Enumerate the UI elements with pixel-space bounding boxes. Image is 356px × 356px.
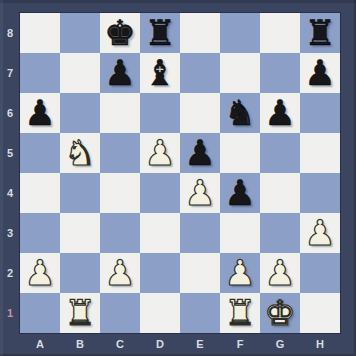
piece-black-bishop[interactable]: ♝ — [144, 56, 175, 91]
square-e3[interactable] — [180, 213, 220, 253]
file-label-e: E — [180, 333, 220, 356]
rank-label-3: 3 — [0, 213, 20, 253]
piece-white-king[interactable]: ♚ — [264, 296, 295, 331]
square-c3[interactable] — [100, 213, 140, 253]
square-d7[interactable]: ♝ — [140, 53, 180, 93]
square-c6[interactable] — [100, 93, 140, 133]
square-b5[interactable]: ♞ — [60, 133, 100, 173]
square-f1[interactable]: ♜ — [220, 293, 260, 333]
square-d6[interactable] — [140, 93, 180, 133]
square-e2[interactable] — [180, 253, 220, 293]
square-b7[interactable] — [60, 53, 100, 93]
square-f4[interactable]: ♟ — [220, 173, 260, 213]
piece-white-knight[interactable]: ♞ — [64, 136, 95, 171]
square-a7[interactable] — [20, 53, 60, 93]
piece-white-pawn[interactable]: ♟ — [304, 216, 335, 251]
square-h3[interactable]: ♟ — [300, 213, 340, 253]
square-g7[interactable] — [260, 53, 300, 93]
square-g4[interactable] — [260, 173, 300, 213]
square-b1[interactable]: ♜ — [60, 293, 100, 333]
square-b8[interactable] — [60, 13, 100, 53]
square-h1[interactable] — [300, 293, 340, 333]
piece-white-pawn[interactable]: ♟ — [264, 256, 295, 291]
chess-board-frame: ♚♜♜♟♝♟♟♞♟♞♟♟♟♟♟♟♟♟♟♜♜♚ 87654321ABCDEFGH — [0, 0, 356, 356]
square-e4[interactable]: ♟ — [180, 173, 220, 213]
square-f8[interactable] — [220, 13, 260, 53]
square-f7[interactable] — [220, 53, 260, 93]
rank-label-5: 5 — [0, 133, 20, 173]
square-h5[interactable] — [300, 133, 340, 173]
square-c4[interactable] — [100, 173, 140, 213]
square-e6[interactable] — [180, 93, 220, 133]
square-c7[interactable]: ♟ — [100, 53, 140, 93]
square-c1[interactable] — [100, 293, 140, 333]
piece-black-rook[interactable]: ♜ — [304, 16, 335, 51]
piece-black-pawn[interactable]: ♟ — [264, 96, 295, 131]
square-b6[interactable] — [60, 93, 100, 133]
square-e5[interactable]: ♟ — [180, 133, 220, 173]
square-g3[interactable] — [260, 213, 300, 253]
piece-black-king[interactable]: ♚ — [104, 16, 135, 51]
piece-white-rook[interactable]: ♜ — [224, 296, 255, 331]
file-label-f: F — [220, 333, 260, 356]
rank-label-1: 1 — [0, 293, 20, 333]
square-f5[interactable] — [220, 133, 260, 173]
square-d1[interactable] — [140, 293, 180, 333]
square-a3[interactable] — [20, 213, 60, 253]
square-f3[interactable] — [220, 213, 260, 253]
square-h8[interactable]: ♜ — [300, 13, 340, 53]
square-d2[interactable] — [140, 253, 180, 293]
square-a1[interactable] — [20, 293, 60, 333]
square-a6[interactable]: ♟ — [20, 93, 60, 133]
piece-white-pawn[interactable]: ♟ — [104, 256, 135, 291]
piece-white-pawn[interactable]: ♟ — [184, 176, 215, 211]
file-label-g: G — [260, 333, 300, 356]
square-g8[interactable] — [260, 13, 300, 53]
square-a8[interactable] — [20, 13, 60, 53]
square-d3[interactable] — [140, 213, 180, 253]
square-g5[interactable] — [260, 133, 300, 173]
square-c5[interactable] — [100, 133, 140, 173]
square-e1[interactable] — [180, 293, 220, 333]
square-d8[interactable]: ♜ — [140, 13, 180, 53]
file-label-b: B — [60, 333, 100, 356]
piece-black-pawn[interactable]: ♟ — [304, 56, 335, 91]
piece-white-pawn[interactable]: ♟ — [224, 256, 255, 291]
piece-black-pawn[interactable]: ♟ — [104, 56, 135, 91]
piece-black-knight[interactable]: ♞ — [224, 96, 255, 131]
square-a5[interactable] — [20, 133, 60, 173]
piece-black-rook[interactable]: ♜ — [144, 16, 175, 51]
piece-white-pawn[interactable]: ♟ — [144, 136, 175, 171]
square-f2[interactable]: ♟ — [220, 253, 260, 293]
square-c8[interactable]: ♚ — [100, 13, 140, 53]
square-a2[interactable]: ♟ — [20, 253, 60, 293]
file-label-c: C — [100, 333, 140, 356]
square-b4[interactable] — [60, 173, 100, 213]
square-g6[interactable]: ♟ — [260, 93, 300, 133]
square-f6[interactable]: ♞ — [220, 93, 260, 133]
square-a4[interactable] — [20, 173, 60, 213]
rank-label-4: 4 — [0, 173, 20, 213]
rank-label-8: 8 — [0, 13, 20, 53]
rank-label-7: 7 — [0, 53, 20, 93]
file-label-d: D — [140, 333, 180, 356]
piece-white-rook[interactable]: ♜ — [64, 296, 95, 331]
square-h2[interactable] — [300, 253, 340, 293]
square-c2[interactable]: ♟ — [100, 253, 140, 293]
square-b2[interactable] — [60, 253, 100, 293]
square-h4[interactable] — [300, 173, 340, 213]
file-label-h: H — [300, 333, 340, 356]
piece-black-pawn[interactable]: ♟ — [24, 96, 55, 131]
file-label-a: A — [20, 333, 60, 356]
square-d5[interactable]: ♟ — [140, 133, 180, 173]
square-e8[interactable] — [180, 13, 220, 53]
square-e7[interactable] — [180, 53, 220, 93]
square-h7[interactable]: ♟ — [300, 53, 340, 93]
square-g1[interactable]: ♚ — [260, 293, 300, 333]
piece-black-pawn[interactable]: ♟ — [224, 176, 255, 211]
square-d4[interactable] — [140, 173, 180, 213]
square-b3[interactable] — [60, 213, 100, 253]
square-h6[interactable] — [300, 93, 340, 133]
square-g2[interactable]: ♟ — [260, 253, 300, 293]
chess-board: ♚♜♜♟♝♟♟♞♟♞♟♟♟♟♟♟♟♟♟♜♜♚ — [20, 13, 340, 333]
rank-label-6: 6 — [0, 93, 20, 133]
piece-white-pawn[interactable]: ♟ — [24, 256, 55, 291]
rank-label-2: 2 — [0, 253, 20, 293]
piece-black-pawn[interactable]: ♟ — [184, 136, 215, 171]
